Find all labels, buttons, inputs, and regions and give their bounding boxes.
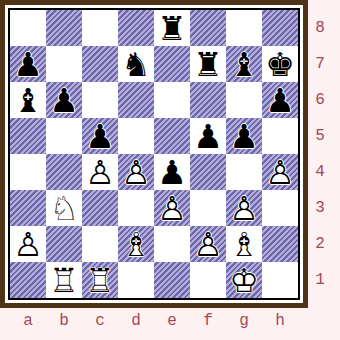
piece-black-bishop-a6[interactable]: ♝ [10, 82, 46, 118]
square-f3[interactable] [190, 190, 226, 226]
white-piece-outline: ♙ [85, 156, 115, 189]
file-label-a: a [10, 306, 46, 336]
square-c8[interactable] [82, 10, 118, 46]
file-label-d: d [118, 306, 154, 336]
square-e2[interactable] [154, 226, 190, 262]
chess-board-frame: ♜♟♞♜♝♚♝♟♟♟♟♟♟♙♟♙♟♟♙♞♘♟♙♟♙♟♙♝♗♟♙♝♗♜♖♜♖♚♔ [0, 0, 308, 308]
white-piece-outline: ♙ [265, 156, 295, 189]
white-piece-outline: ♙ [121, 156, 151, 189]
square-d5[interactable] [118, 118, 154, 154]
square-f2[interactable]: ♟♙ [190, 226, 226, 262]
square-d6[interactable] [118, 82, 154, 118]
square-c2[interactable] [82, 226, 118, 262]
square-b5[interactable] [46, 118, 82, 154]
white-piece-outline: ♗ [121, 228, 151, 261]
square-g3[interactable]: ♟♙ [226, 190, 262, 226]
piece-black-rook-e8[interactable]: ♜ [154, 10, 190, 46]
square-c5[interactable]: ♟ [82, 118, 118, 154]
square-h8[interactable] [262, 10, 298, 46]
piece-black-bishop-g7[interactable]: ♝ [226, 46, 262, 82]
piece-white-king-g1[interactable]: ♚♔ [226, 262, 262, 298]
square-a1[interactable] [10, 262, 46, 298]
black-piece-glyph: ♟ [265, 84, 295, 117]
square-e3[interactable]: ♟♙ [154, 190, 190, 226]
rank-label-7: 7 [307, 46, 333, 82]
square-h7[interactable]: ♚ [262, 46, 298, 82]
square-g6[interactable] [226, 82, 262, 118]
file-label-c: c [82, 306, 118, 336]
square-h4[interactable]: ♟♙ [262, 154, 298, 190]
black-piece-glyph: ♚ [265, 48, 295, 81]
piece-black-pawn-a7[interactable]: ♟ [10, 46, 46, 82]
square-a6[interactable]: ♝ [10, 82, 46, 118]
rank-label-2: 2 [307, 226, 333, 262]
file-label-e: e [154, 306, 190, 336]
rank-label-6: 6 [307, 82, 333, 118]
square-f1[interactable] [190, 262, 226, 298]
square-g4[interactable] [226, 154, 262, 190]
rank-label-4: 4 [307, 154, 333, 190]
piece-black-pawn-e4[interactable]: ♟ [154, 154, 190, 190]
white-piece-outline: ♙ [13, 228, 43, 261]
file-labels: abcdefgh [10, 306, 298, 336]
square-a2[interactable]: ♟♙ [10, 226, 46, 262]
file-label-g: g [226, 306, 262, 336]
square-g2[interactable]: ♝♗ [226, 226, 262, 262]
black-piece-glyph: ♟ [229, 120, 259, 153]
square-d4[interactable]: ♟♙ [118, 154, 154, 190]
square-h6[interactable]: ♟ [262, 82, 298, 118]
square-b7[interactable] [46, 46, 82, 82]
chess-board: ♜♟♞♜♝♚♝♟♟♟♟♟♟♙♟♙♟♟♙♞♘♟♙♟♙♟♙♝♗♟♙♝♗♜♖♜♖♚♔ [10, 10, 298, 298]
black-piece-glyph: ♝ [229, 48, 259, 81]
white-piece-outline: ♙ [157, 192, 187, 225]
square-g5[interactable]: ♟ [226, 118, 262, 154]
square-d3[interactable] [118, 190, 154, 226]
rank-label-1: 1 [307, 262, 333, 298]
piece-black-pawn-f5[interactable]: ♟ [190, 118, 226, 154]
square-d2[interactable]: ♝♗ [118, 226, 154, 262]
rank-label-3: 3 [307, 190, 333, 226]
piece-white-pawn-e3[interactable]: ♟♙ [154, 190, 190, 226]
file-label-h: h [262, 306, 298, 336]
piece-black-knight-d7[interactable]: ♞ [118, 46, 154, 82]
square-h5[interactable] [262, 118, 298, 154]
white-piece-outline: ♖ [85, 264, 115, 297]
square-h3[interactable] [262, 190, 298, 226]
square-b3[interactable]: ♞♘ [46, 190, 82, 226]
white-piece-outline: ♙ [193, 228, 223, 261]
black-piece-glyph: ♟ [13, 48, 43, 81]
piece-white-pawn-f2[interactable]: ♟♙ [190, 226, 226, 262]
square-f6[interactable] [190, 82, 226, 118]
black-piece-glyph: ♟ [193, 120, 223, 153]
square-h1[interactable] [262, 262, 298, 298]
square-b8[interactable] [46, 10, 82, 46]
square-a5[interactable] [10, 118, 46, 154]
square-c3[interactable] [82, 190, 118, 226]
black-piece-glyph: ♟ [49, 84, 79, 117]
square-c7[interactable] [82, 46, 118, 82]
square-h2[interactable] [262, 226, 298, 262]
black-piece-glyph: ♜ [193, 48, 223, 81]
square-g1[interactable]: ♚♔ [226, 262, 262, 298]
square-c1[interactable]: ♜♖ [82, 262, 118, 298]
square-e6[interactable] [154, 82, 190, 118]
white-piece-outline: ♖ [49, 264, 79, 297]
rank-label-8: 8 [307, 10, 333, 46]
chess-board-border: ♜♟♞♜♝♚♝♟♟♟♟♟♟♙♟♙♟♟♙♞♘♟♙♟♙♟♙♝♗♟♙♝♗♜♖♜♖♚♔ [8, 8, 300, 300]
square-f4[interactable] [190, 154, 226, 190]
white-piece-outline: ♗ [229, 228, 259, 261]
piece-white-knight-b3[interactable]: ♞♘ [46, 190, 82, 226]
piece-white-pawn-g3[interactable]: ♟♙ [226, 190, 262, 226]
square-c6[interactable] [82, 82, 118, 118]
piece-white-bishop-g2[interactable]: ♝♗ [226, 226, 262, 262]
rank-labels: 87654321 [307, 10, 333, 298]
black-piece-glyph: ♝ [13, 84, 43, 117]
square-a3[interactable] [10, 190, 46, 226]
square-f5[interactable]: ♟ [190, 118, 226, 154]
piece-black-pawn-b6[interactable]: ♟ [46, 82, 82, 118]
square-d1[interactable] [118, 262, 154, 298]
piece-white-rook-b1[interactable]: ♜♖ [46, 262, 82, 298]
file-label-b: b [46, 306, 82, 336]
piece-white-pawn-d4[interactable]: ♟♙ [118, 154, 154, 190]
square-b4[interactable] [46, 154, 82, 190]
piece-black-pawn-h6[interactable]: ♟ [262, 82, 298, 118]
piece-white-pawn-h4[interactable]: ♟♙ [262, 154, 298, 190]
square-a8[interactable] [10, 10, 46, 46]
white-piece-outline: ♙ [229, 192, 259, 225]
black-piece-glyph: ♟ [85, 120, 115, 153]
black-piece-glyph: ♞ [121, 48, 151, 81]
square-a4[interactable] [10, 154, 46, 190]
piece-white-bishop-d2[interactable]: ♝♗ [118, 226, 154, 262]
rank-label-5: 5 [307, 118, 333, 154]
square-b2[interactable] [46, 226, 82, 262]
square-d7[interactable]: ♞ [118, 46, 154, 82]
piece-black-pawn-c5[interactable]: ♟ [82, 118, 118, 154]
square-f8[interactable] [190, 10, 226, 46]
square-e4[interactable]: ♟ [154, 154, 190, 190]
square-e5[interactable] [154, 118, 190, 154]
square-a7[interactable]: ♟ [10, 46, 46, 82]
file-label-f: f [190, 306, 226, 336]
white-piece-outline: ♘ [49, 192, 79, 225]
piece-black-rook-f7[interactable]: ♜ [190, 46, 226, 82]
square-d8[interactable] [118, 10, 154, 46]
piece-white-pawn-a2[interactable]: ♟♙ [10, 226, 46, 262]
black-piece-glyph: ♜ [157, 12, 187, 45]
square-g7[interactable]: ♝ [226, 46, 262, 82]
white-piece-outline: ♔ [229, 264, 259, 297]
chess-diagram: ♜♟♞♜♝♚♝♟♟♟♟♟♟♙♟♙♟♟♙♞♘♟♙♟♙♟♙♝♗♟♙♝♗♜♖♜♖♚♔ … [0, 0, 340, 340]
black-piece-glyph: ♟ [157, 156, 187, 189]
square-e8[interactable]: ♜ [154, 10, 190, 46]
piece-black-pawn-g5[interactable]: ♟ [226, 118, 262, 154]
square-f7[interactable]: ♜ [190, 46, 226, 82]
piece-white-rook-c1[interactable]: ♜♖ [82, 262, 118, 298]
piece-white-pawn-c4[interactable]: ♟♙ [82, 154, 118, 190]
square-c4[interactable]: ♟♙ [82, 154, 118, 190]
piece-black-king-h7[interactable]: ♚ [262, 46, 298, 82]
square-e1[interactable] [154, 262, 190, 298]
square-g8[interactable] [226, 10, 262, 46]
square-e7[interactable] [154, 46, 190, 82]
square-b6[interactable]: ♟ [46, 82, 82, 118]
square-b1[interactable]: ♜♖ [46, 262, 82, 298]
